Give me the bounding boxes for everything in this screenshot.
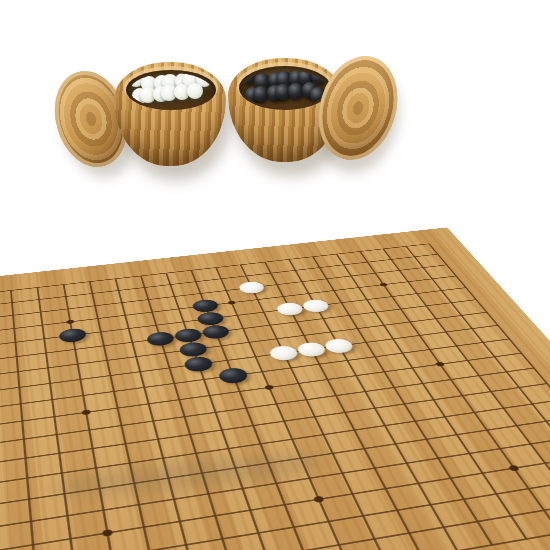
white-stone-L17[interactable] bbox=[237, 281, 266, 295]
white-stone-M15[interactable] bbox=[275, 302, 306, 317]
white-stone-N15[interactable] bbox=[300, 299, 331, 314]
star-point bbox=[379, 283, 388, 287]
black-stone-H12[interactable] bbox=[183, 355, 215, 373]
go-board[interactable] bbox=[0, 227, 550, 550]
black-stone-J15[interactable] bbox=[196, 311, 226, 326]
grid-line-vertical-6 bbox=[115, 279, 201, 550]
white-stone-M12[interactable] bbox=[295, 341, 328, 358]
black-stones-heap[interactable] bbox=[243, 70, 327, 108]
go-set-photo bbox=[0, 0, 550, 550]
white-stone-L12[interactable] bbox=[267, 345, 300, 362]
star-point bbox=[82, 409, 91, 415]
black-stone-H13[interactable] bbox=[178, 341, 209, 358]
black-stone-J16[interactable] bbox=[191, 299, 220, 314]
black-stone-J14[interactable] bbox=[201, 324, 232, 340]
star-point bbox=[264, 385, 274, 390]
black-stone-G14[interactable] bbox=[145, 331, 175, 347]
black-stone-H14[interactable] bbox=[173, 327, 203, 343]
star-point bbox=[66, 320, 74, 324]
star-point bbox=[102, 529, 113, 537]
grid-line-horizontal-19 bbox=[0, 515, 550, 550]
grid-line-vertical-15 bbox=[336, 254, 528, 539]
white-stones-heap[interactable] bbox=[130, 73, 212, 108]
grid-line-horizontal-18 bbox=[0, 493, 550, 550]
black-stone-D15[interactable] bbox=[58, 327, 87, 343]
black-bowl-lid[interactable] bbox=[306, 46, 410, 170]
black-stone-J11[interactable] bbox=[217, 367, 250, 385]
star-point bbox=[227, 301, 235, 305]
white-bowl-stone bbox=[187, 83, 203, 99]
white-stone-N12[interactable] bbox=[322, 338, 355, 355]
